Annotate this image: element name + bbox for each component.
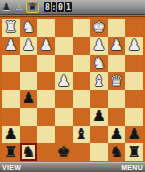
status-bar: ♟ ♙ ♛ 8:01 [0, 0, 145, 15]
piece-wB-c4: ♝ [92, 73, 105, 88]
square-f7[interactable] [37, 126, 55, 144]
piece-bR-a8: ♜ [127, 144, 140, 159]
clock-digit: 8 [44, 2, 51, 12]
square-b4[interactable]: ♛ [108, 72, 126, 90]
square-e4[interactable]: ♟ [55, 72, 73, 90]
square-e6[interactable] [55, 108, 73, 126]
piece-bP-c6: ♟ [92, 109, 105, 124]
square-h5[interactable] [2, 90, 20, 108]
piece-wP-h2: ♟ [4, 38, 17, 53]
square-f4[interactable] [37, 72, 55, 90]
piece-bK-e8: ♚ [57, 144, 70, 159]
piece-bP-h7: ♟ [4, 126, 17, 141]
piece-wK-c1: ♚ [92, 20, 105, 35]
piece-wP-g2: ♟ [22, 38, 35, 53]
square-a6[interactable] [125, 108, 143, 126]
piece-wP-a2: ♟ [127, 38, 140, 53]
square-f3[interactable] [37, 55, 55, 73]
piece-wP-c2: ♟ [92, 38, 105, 53]
piece-wP-b2: ♟ [110, 38, 123, 53]
square-b2[interactable]: ♟ [108, 37, 126, 55]
square-a2[interactable]: ♟ [125, 37, 143, 55]
black-turn-indicator-icon: ♛ [26, 1, 39, 13]
square-f2[interactable]: ♟ [37, 37, 55, 55]
piece-bP-a7: ♟ [127, 126, 140, 141]
square-b5[interactable] [108, 90, 126, 108]
square-f5[interactable] [37, 90, 55, 108]
square-h1[interactable]: ♜ [2, 19, 20, 37]
square-b1[interactable] [108, 19, 126, 37]
square-a5[interactable] [125, 90, 143, 108]
clock-digit: 0 [57, 2, 64, 12]
square-e3[interactable] [55, 55, 73, 73]
square-a8[interactable]: ♜ [125, 143, 143, 161]
piece-bR-h8: ♜ [4, 144, 17, 159]
square-h3[interactable] [2, 55, 20, 73]
square-c4[interactable]: ♝ [90, 72, 108, 90]
piece-wN-c3: ♞ [92, 55, 105, 70]
piece-bN-g8: ♞ [22, 144, 35, 159]
square-d8[interactable] [73, 143, 91, 161]
white-piece-icon: ♙ [14, 1, 24, 13]
piece-wP-e4: ♟ [57, 73, 70, 88]
game-clock: 8:01 [44, 2, 72, 12]
square-c5[interactable] [90, 90, 108, 108]
square-e7[interactable] [55, 126, 73, 144]
square-e5[interactable] [55, 90, 73, 108]
piece-wP-f2: ♟ [39, 38, 52, 53]
square-g6[interactable] [20, 108, 38, 126]
square-c7[interactable] [90, 126, 108, 144]
square-e1[interactable] [55, 19, 73, 37]
view-softkey[interactable]: VIEW [2, 164, 21, 171]
square-h2[interactable]: ♟ [2, 37, 20, 55]
square-d7[interactable]: ♝ [73, 126, 91, 144]
square-g1[interactable]: ♞ [20, 19, 38, 37]
square-c8[interactable] [90, 143, 108, 161]
square-h4[interactable] [2, 72, 20, 90]
square-a4[interactable] [125, 72, 143, 90]
menu-softkey[interactable]: MENU [121, 164, 143, 171]
square-b7[interactable]: ♟ [108, 126, 126, 144]
square-h8[interactable]: ♜ [2, 143, 20, 161]
black-piece-icon: ♟ [1, 1, 12, 13]
piece-bP-g5: ♟ [22, 91, 35, 106]
square-b8[interactable]: ♞ [108, 143, 126, 161]
square-a7[interactable]: ♟ [125, 126, 143, 144]
square-d5[interactable] [73, 90, 91, 108]
square-g2[interactable]: ♟ [20, 37, 38, 55]
square-f1[interactable] [37, 19, 55, 37]
square-d4[interactable] [73, 72, 91, 90]
softkey-bar: VIEW MENU [0, 162, 145, 172]
square-b6[interactable] [108, 108, 126, 126]
square-c3[interactable]: ♞ [90, 55, 108, 73]
square-f8[interactable] [37, 143, 55, 161]
square-g4[interactable] [20, 72, 38, 90]
square-h6[interactable] [2, 108, 20, 126]
piece-bN-b8: ♞ [110, 144, 123, 159]
square-a3[interactable] [125, 55, 143, 73]
square-d1[interactable] [73, 19, 91, 37]
square-g3[interactable] [20, 55, 38, 73]
square-g5[interactable]: ♟ [20, 90, 38, 108]
board-frame: ♜♞♚♟♟♟♟♟♟♞♟♝♛♟♟♟♝♟♟♜♞♚♞♜ [0, 16, 145, 162]
piece-wN-g1: ♞ [22, 20, 35, 35]
piece-bB-d7: ♝ [75, 126, 88, 141]
piece-wR-h1: ♜ [4, 20, 17, 35]
square-b3[interactable] [108, 55, 126, 73]
square-c1[interactable]: ♚ [90, 19, 108, 37]
chess-board: ♜♞♚♟♟♟♟♟♟♞♟♝♛♟♟♟♝♟♟♜♞♚♞♜ [2, 19, 143, 161]
square-a1[interactable] [125, 19, 143, 37]
square-d3[interactable] [73, 55, 91, 73]
piece-bP-b7: ♟ [110, 126, 123, 141]
clock-digit: 1 [65, 2, 72, 12]
piece-wQ-b4: ♛ [110, 73, 123, 88]
square-f6[interactable] [37, 108, 55, 126]
clock-colon: : [52, 2, 56, 12]
square-e2[interactable] [55, 37, 73, 55]
square-h7[interactable]: ♟ [2, 126, 20, 144]
square-g8[interactable]: ♞ [20, 143, 38, 161]
game-screen: ♟ ♙ ♛ 8:01 ♜♞♚♟♟♟♟♟♟♞♟♝♛♟♟♟♝♟♟♜♞♚♞♜ VIEW… [0, 0, 145, 172]
square-d2[interactable] [73, 37, 91, 55]
square-g7[interactable] [20, 126, 38, 144]
square-e8[interactable]: ♚ [55, 143, 73, 161]
square-d6[interactable] [73, 108, 91, 126]
square-c6[interactable]: ♟ [90, 108, 108, 126]
square-c2[interactable]: ♟ [90, 37, 108, 55]
